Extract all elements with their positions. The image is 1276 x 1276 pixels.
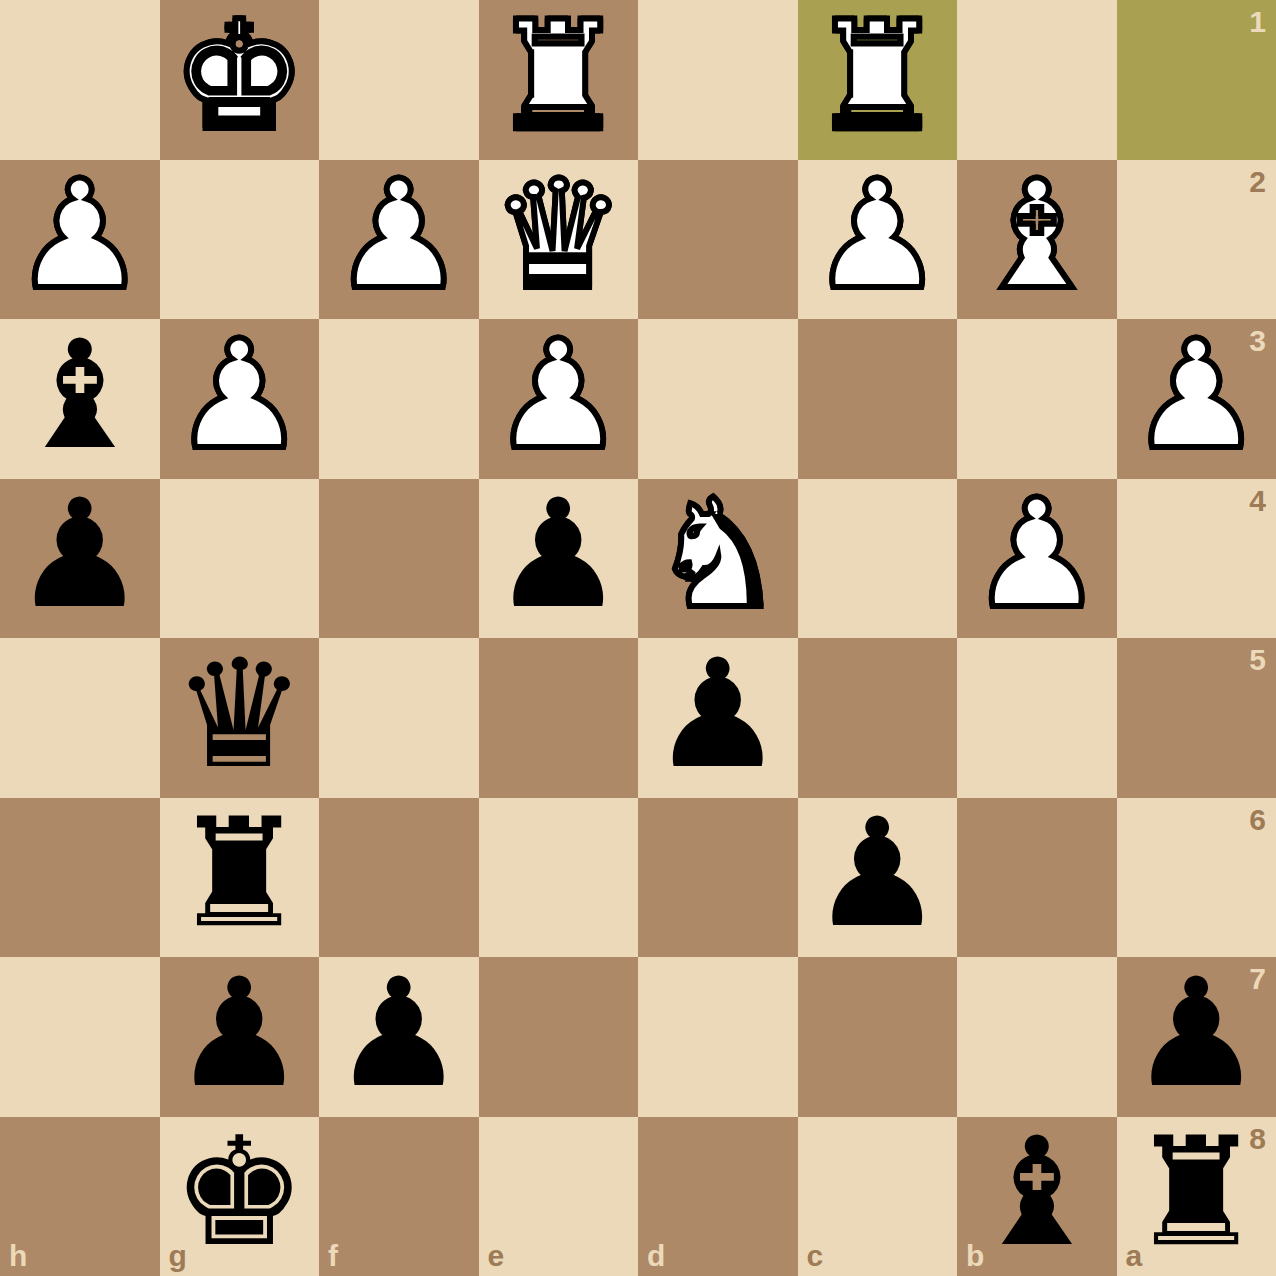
square-e1[interactable]: ♜ bbox=[479, 0, 639, 160]
square-g1[interactable]: ♚ bbox=[160, 0, 320, 160]
square-g4[interactable] bbox=[160, 479, 320, 639]
square-a1[interactable]: 1 bbox=[1117, 0, 1276, 160]
square-f3[interactable] bbox=[319, 319, 479, 479]
file-label-a: a bbox=[1126, 1241, 1143, 1271]
square-c3[interactable] bbox=[798, 319, 958, 479]
rank-label-5: 5 bbox=[1249, 645, 1266, 675]
black-pawn[interactable]: ♟ bbox=[491, 479, 625, 629]
square-h1[interactable] bbox=[0, 0, 160, 160]
square-e7[interactable] bbox=[479, 957, 639, 1117]
file-label-d: d bbox=[647, 1241, 665, 1271]
square-e3[interactable]: ♟ bbox=[479, 319, 639, 479]
square-c2[interactable]: ♟ bbox=[798, 160, 958, 320]
square-d7[interactable] bbox=[638, 957, 798, 1117]
square-f6[interactable] bbox=[319, 798, 479, 958]
rank-label-6: 6 bbox=[1249, 805, 1266, 835]
square-b4[interactable]: ♟ bbox=[957, 479, 1117, 639]
file-label-b: b bbox=[966, 1241, 984, 1271]
square-f5[interactable] bbox=[319, 638, 479, 798]
white-rook[interactable]: ♜ bbox=[491, 1, 625, 151]
square-d4[interactable]: ♞ bbox=[638, 479, 798, 639]
square-e4[interactable]: ♟ bbox=[479, 479, 639, 639]
square-h8[interactable]: h bbox=[0, 1117, 160, 1276]
square-h5[interactable] bbox=[0, 638, 160, 798]
square-e5[interactable] bbox=[479, 638, 639, 798]
square-h2[interactable]: ♟ bbox=[0, 160, 160, 320]
square-a3[interactable]: ♟3 bbox=[1117, 319, 1276, 479]
square-h7[interactable] bbox=[0, 957, 160, 1117]
square-a6[interactable]: 6 bbox=[1117, 798, 1276, 958]
square-e8[interactable]: e bbox=[479, 1117, 639, 1276]
square-d8[interactable]: d bbox=[638, 1117, 798, 1276]
black-pawn[interactable]: ♟ bbox=[332, 958, 466, 1108]
square-b2[interactable]: ♝ bbox=[957, 160, 1117, 320]
square-c7[interactable] bbox=[798, 957, 958, 1117]
black-pawn[interactable]: ♟ bbox=[810, 798, 944, 948]
square-c4[interactable] bbox=[798, 479, 958, 639]
black-pawn[interactable]: ♟ bbox=[1129, 958, 1263, 1108]
square-e2[interactable]: ♛ bbox=[479, 160, 639, 320]
square-f4[interactable] bbox=[319, 479, 479, 639]
rank-label-8: 8 bbox=[1249, 1124, 1266, 1154]
chess-board: ♚♜♜1♟♟♛♟♝2♝♟♟♟3♟♟♞♟4♛♟5♜♟6♟♟♟7h♚gfedc♝b♜… bbox=[0, 0, 1276, 1276]
square-b6[interactable] bbox=[957, 798, 1117, 958]
file-label-f: f bbox=[328, 1241, 338, 1271]
rank-label-4: 4 bbox=[1249, 486, 1266, 516]
black-bishop[interactable]: ♝ bbox=[970, 1117, 1104, 1267]
square-b5[interactable] bbox=[957, 638, 1117, 798]
square-f8[interactable]: f bbox=[319, 1117, 479, 1276]
square-g5[interactable]: ♛ bbox=[160, 638, 320, 798]
black-queen[interactable]: ♛ bbox=[172, 639, 306, 789]
square-c8[interactable]: c bbox=[798, 1117, 958, 1276]
square-b7[interactable] bbox=[957, 957, 1117, 1117]
file-label-e: e bbox=[488, 1241, 505, 1271]
square-h6[interactable] bbox=[0, 798, 160, 958]
rank-label-2: 2 bbox=[1249, 167, 1266, 197]
square-b1[interactable] bbox=[957, 0, 1117, 160]
black-pawn[interactable]: ♟ bbox=[651, 639, 785, 789]
white-pawn[interactable]: ♟ bbox=[13, 160, 147, 310]
square-b3[interactable] bbox=[957, 319, 1117, 479]
square-c1[interactable]: ♜ bbox=[798, 0, 958, 160]
square-g2[interactable] bbox=[160, 160, 320, 320]
black-rook[interactable]: ♜ bbox=[1129, 1117, 1263, 1267]
square-g6[interactable]: ♜ bbox=[160, 798, 320, 958]
white-pawn[interactable]: ♟ bbox=[491, 320, 625, 470]
square-e6[interactable] bbox=[479, 798, 639, 958]
black-king[interactable]: ♚ bbox=[172, 1117, 306, 1267]
square-g3[interactable]: ♟ bbox=[160, 319, 320, 479]
white-rook[interactable]: ♜ bbox=[810, 1, 944, 151]
square-c5[interactable] bbox=[798, 638, 958, 798]
rank-label-1: 1 bbox=[1249, 7, 1266, 37]
black-pawn[interactable]: ♟ bbox=[172, 958, 306, 1108]
white-pawn[interactable]: ♟ bbox=[172, 320, 306, 470]
rank-label-7: 7 bbox=[1249, 964, 1266, 994]
white-pawn[interactable]: ♟ bbox=[332, 160, 466, 310]
square-f1[interactable] bbox=[319, 0, 479, 160]
white-pawn[interactable]: ♟ bbox=[1129, 320, 1263, 470]
square-c6[interactable]: ♟ bbox=[798, 798, 958, 958]
square-f2[interactable]: ♟ bbox=[319, 160, 479, 320]
square-d1[interactable] bbox=[638, 0, 798, 160]
square-f7[interactable]: ♟ bbox=[319, 957, 479, 1117]
file-label-g: g bbox=[169, 1241, 187, 1271]
white-bishop[interactable]: ♝ bbox=[970, 160, 1104, 310]
square-a2[interactable]: 2 bbox=[1117, 160, 1276, 320]
square-g7[interactable]: ♟ bbox=[160, 957, 320, 1117]
white-king[interactable]: ♚ bbox=[172, 1, 306, 151]
square-g8[interactable]: ♚g bbox=[160, 1117, 320, 1276]
square-a8[interactable]: ♜8a bbox=[1117, 1117, 1276, 1276]
square-a5[interactable]: 5 bbox=[1117, 638, 1276, 798]
file-label-c: c bbox=[807, 1241, 824, 1271]
black-rook[interactable]: ♜ bbox=[172, 798, 306, 948]
square-a4[interactable]: 4 bbox=[1117, 479, 1276, 639]
black-bishop[interactable]: ♝ bbox=[13, 320, 147, 470]
black-pawn[interactable]: ♟ bbox=[13, 479, 147, 629]
square-a7[interactable]: ♟7 bbox=[1117, 957, 1276, 1117]
white-pawn[interactable]: ♟ bbox=[970, 479, 1104, 629]
white-knight[interactable]: ♞ bbox=[651, 479, 785, 629]
square-d5[interactable]: ♟ bbox=[638, 638, 798, 798]
rank-label-3: 3 bbox=[1249, 326, 1266, 356]
file-label-h: h bbox=[9, 1241, 27, 1271]
square-d2[interactable] bbox=[638, 160, 798, 320]
square-h4[interactable]: ♟ bbox=[0, 479, 160, 639]
square-h3[interactable]: ♝ bbox=[0, 319, 160, 479]
white-queen[interactable]: ♛ bbox=[491, 160, 625, 310]
square-b8[interactable]: ♝b bbox=[957, 1117, 1117, 1276]
white-pawn[interactable]: ♟ bbox=[810, 160, 944, 310]
square-d6[interactable] bbox=[638, 798, 798, 958]
square-d3[interactable] bbox=[638, 319, 798, 479]
